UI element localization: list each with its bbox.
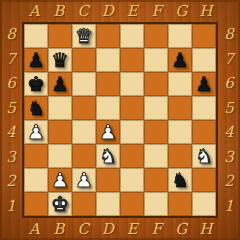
square-a7[interactable]: ♟ — [24, 48, 48, 72]
square-d6[interactable] — [96, 72, 120, 96]
piece-white-knight[interactable]: ♞ — [99, 146, 117, 166]
square-c7[interactable] — [72, 48, 96, 72]
square-g6[interactable] — [168, 72, 192, 96]
file-label-g-bottom: G — [169, 220, 194, 238]
square-e7[interactable] — [120, 48, 144, 72]
square-b7[interactable]: ♛ — [48, 48, 72, 72]
rank-label-2-right: 2 — [224, 169, 234, 194]
piece-black-pawn[interactable]: ♟ — [27, 50, 45, 70]
square-e1[interactable] — [120, 192, 144, 216]
rank-label-2-left: 2 — [6, 169, 16, 194]
file-labels-top: ABCDEFGH — [22, 0, 218, 22]
square-f7[interactable] — [144, 48, 168, 72]
square-a2[interactable] — [24, 168, 48, 192]
square-c3[interactable] — [72, 144, 96, 168]
piece-white-pawn[interactable]: ♟ — [51, 170, 69, 190]
square-h1[interactable] — [192, 192, 216, 216]
square-g1[interactable] — [168, 192, 192, 216]
square-d4[interactable]: ♟ — [96, 120, 120, 144]
file-label-a-bottom: A — [22, 220, 47, 238]
file-label-e-top: E — [120, 2, 145, 20]
piece-black-queen[interactable]: ♛ — [51, 50, 69, 70]
square-g8[interactable] — [168, 24, 192, 48]
file-label-e-bottom: E — [120, 220, 145, 238]
square-h2[interactable] — [192, 168, 216, 192]
square-e2[interactable] — [120, 168, 144, 192]
square-g2[interactable]: ♞ — [168, 168, 192, 192]
square-g5[interactable] — [168, 96, 192, 120]
square-h8[interactable] — [192, 24, 216, 48]
square-b3[interactable] — [48, 144, 72, 168]
rank-label-3-left: 3 — [6, 145, 16, 170]
file-label-f-top: F — [145, 2, 170, 20]
file-label-d-bottom: D — [96, 220, 121, 238]
square-h5[interactable] — [192, 96, 216, 120]
file-label-g-top: G — [169, 2, 194, 20]
square-b4[interactable] — [48, 120, 72, 144]
square-e8[interactable] — [120, 24, 144, 48]
square-b5[interactable] — [48, 96, 72, 120]
square-e6[interactable] — [120, 72, 144, 96]
square-e3[interactable] — [120, 144, 144, 168]
square-g3[interactable] — [168, 144, 192, 168]
rank-label-6-right: 6 — [224, 71, 234, 96]
square-h7[interactable] — [192, 48, 216, 72]
chess-board-frame: ABCDEFGH 87654321 87654321 ABCDEFGH ♛♟♛♟… — [0, 0, 240, 240]
square-a4[interactable]: ♟ — [24, 120, 48, 144]
square-c6[interactable] — [72, 72, 96, 96]
rank-label-1-left: 1 — [6, 194, 16, 219]
square-d5[interactable] — [96, 96, 120, 120]
square-c1[interactable] — [72, 192, 96, 216]
square-d7[interactable] — [96, 48, 120, 72]
rank-label-8-left: 8 — [6, 22, 16, 47]
square-e5[interactable] — [120, 96, 144, 120]
file-label-d-top: D — [96, 2, 121, 20]
square-a1[interactable] — [24, 192, 48, 216]
rank-labels-right: 87654321 — [218, 22, 240, 218]
square-f6[interactable] — [144, 72, 168, 96]
square-d8[interactable] — [96, 24, 120, 48]
square-f3[interactable] — [144, 144, 168, 168]
piece-white-pawn[interactable]: ♟ — [99, 122, 117, 142]
square-g4[interactable] — [168, 120, 192, 144]
piece-white-king[interactable]: ♚ — [51, 194, 69, 214]
square-d3[interactable]: ♞ — [96, 144, 120, 168]
square-a3[interactable] — [24, 144, 48, 168]
piece-black-pawn[interactable]: ♟ — [51, 74, 69, 94]
file-label-f-bottom: F — [145, 220, 170, 238]
rank-labels-left: 87654321 — [0, 22, 22, 218]
piece-black-knight[interactable]: ♞ — [171, 170, 189, 190]
square-c2[interactable]: ♟ — [72, 168, 96, 192]
piece-white-pawn[interactable]: ♟ — [27, 122, 45, 142]
piece-white-knight[interactable]: ♞ — [195, 146, 213, 166]
square-c4[interactable] — [72, 120, 96, 144]
square-f5[interactable] — [144, 96, 168, 120]
chess-board: ♛♟♛♟♚♟♟♞♟♟♞♞♟♟♞♚ — [22, 22, 218, 218]
file-label-b-bottom: B — [47, 220, 72, 238]
file-label-h-bottom: H — [194, 220, 219, 238]
rank-label-4-right: 4 — [224, 120, 234, 145]
square-h4[interactable] — [192, 120, 216, 144]
rank-label-5-right: 5 — [224, 96, 234, 121]
square-f4[interactable] — [144, 120, 168, 144]
square-f8[interactable] — [144, 24, 168, 48]
square-d1[interactable] — [96, 192, 120, 216]
rank-label-6-left: 6 — [6, 71, 16, 96]
square-b8[interactable] — [48, 24, 72, 48]
square-h3[interactable]: ♞ — [192, 144, 216, 168]
square-a6[interactable]: ♚ — [24, 72, 48, 96]
square-g7[interactable]: ♟ — [168, 48, 192, 72]
file-label-b-top: B — [47, 2, 72, 20]
square-b2[interactable]: ♟ — [48, 168, 72, 192]
rank-label-4-left: 4 — [6, 120, 16, 145]
square-b1[interactable]: ♚ — [48, 192, 72, 216]
square-f2[interactable] — [144, 168, 168, 192]
rank-label-7-right: 7 — [224, 47, 234, 72]
file-label-h-top: H — [194, 2, 219, 20]
square-c8[interactable]: ♛ — [72, 24, 96, 48]
file-label-a-top: A — [22, 2, 47, 20]
piece-white-pawn[interactable]: ♟ — [75, 170, 93, 190]
piece-black-knight[interactable]: ♞ — [27, 98, 45, 118]
square-h6[interactable]: ♟ — [192, 72, 216, 96]
piece-black-pawn[interactable]: ♟ — [171, 50, 189, 70]
file-label-c-bottom: C — [71, 220, 96, 238]
square-b6[interactable]: ♟ — [48, 72, 72, 96]
rank-label-8-right: 8 — [224, 22, 234, 47]
square-a5[interactable]: ♞ — [24, 96, 48, 120]
rank-label-1-right: 1 — [224, 194, 234, 219]
square-d2[interactable] — [96, 168, 120, 192]
rank-label-3-right: 3 — [224, 145, 234, 170]
file-label-c-top: C — [71, 2, 96, 20]
file-labels-bottom: ABCDEFGH — [22, 218, 218, 240]
rank-label-7-left: 7 — [6, 47, 16, 72]
piece-white-queen[interactable]: ♛ — [75, 26, 93, 46]
square-c5[interactable] — [72, 96, 96, 120]
rank-label-5-left: 5 — [6, 96, 16, 121]
piece-black-pawn[interactable]: ♟ — [195, 74, 213, 94]
square-a8[interactable] — [24, 24, 48, 48]
square-e4[interactable] — [120, 120, 144, 144]
piece-black-king[interactable]: ♚ — [27, 74, 45, 94]
square-f1[interactable] — [144, 192, 168, 216]
